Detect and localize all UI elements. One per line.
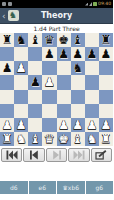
- spacer: [0, 164, 113, 181]
- square-b1[interactable]: ♞: [14, 132, 28, 146]
- square-g8[interactable]: [85, 33, 99, 47]
- white-pawn: ♟: [2, 119, 13, 131]
- square-e4[interactable]: [57, 90, 71, 104]
- square-c3[interactable]: [28, 104, 42, 118]
- square-e3[interactable]: [57, 104, 71, 118]
- square-h1[interactable]: ♜: [99, 132, 113, 146]
- square-e8[interactable]: ♚: [57, 33, 71, 47]
- app-header: ‹ ♞ Theory: [0, 8, 113, 24]
- square-f6[interactable]: ♞: [71, 61, 85, 75]
- black-pawn: ♟: [2, 62, 13, 74]
- step-back-icon: [28, 150, 40, 160]
- square-c6[interactable]: [28, 61, 42, 75]
- move-button-d6[interactable]: d6: [0, 181, 28, 194]
- white-pawn: ♟: [16, 119, 27, 131]
- square-h5[interactable]: [99, 75, 113, 89]
- notification-icon: [2, 2, 6, 6]
- footer-spacer: [0, 194, 113, 200]
- step-back-button[interactable]: [23, 148, 44, 162]
- square-f8[interactable]: ♝: [71, 33, 85, 47]
- white-pawn: ♟: [44, 76, 55, 88]
- white-knight: ♞: [86, 133, 97, 145]
- square-b2[interactable]: ♟: [14, 118, 28, 132]
- skip-to-start-button[interactable]: [1, 148, 22, 162]
- black-queen: ♛: [44, 34, 55, 46]
- square-f7[interactable]: ♟: [71, 47, 85, 61]
- black-pawn: ♟: [58, 48, 69, 60]
- square-b6[interactable]: ♟: [14, 61, 28, 75]
- square-a3[interactable]: [0, 104, 14, 118]
- square-d6[interactable]: [42, 61, 56, 75]
- square-h7[interactable]: ♟: [99, 47, 113, 61]
- chess-theory-app: 09:40 ‹ ♞ Theory 1.d4 Part Three ♜♞♝♛♚♝♜…: [0, 0, 113, 200]
- square-b3[interactable]: [14, 104, 28, 118]
- square-a4[interactable]: [0, 90, 14, 104]
- edit-button[interactable]: [91, 148, 112, 162]
- square-h3[interactable]: [99, 104, 113, 118]
- square-f5[interactable]: [71, 75, 85, 89]
- black-king: ♚: [58, 34, 69, 46]
- black-rook: ♜: [101, 34, 112, 46]
- black-knight: ♞: [16, 34, 27, 46]
- white-pawn: ♟: [16, 62, 27, 74]
- square-d5[interactable]: ♟: [42, 75, 56, 89]
- square-d1[interactable]: ♛: [42, 132, 56, 146]
- black-knight: ♞: [72, 62, 83, 74]
- battery-icon: [93, 2, 97, 6]
- square-e5[interactable]: [57, 75, 71, 89]
- skip-to-end-icon: [73, 150, 85, 160]
- black-pawn: ♟: [44, 48, 55, 60]
- skip-to-end-button: [68, 148, 89, 162]
- square-f1[interactable]: ♝: [71, 132, 85, 146]
- white-bishop: ♝: [72, 133, 83, 145]
- status-time: 09:40: [98, 0, 111, 8]
- step-forward-button: [46, 148, 67, 162]
- chapter-subtitle: 1.d4 Part Three: [0, 24, 113, 33]
- square-f2[interactable]: ♟: [71, 118, 85, 132]
- square-e7[interactable]: ♟: [57, 47, 71, 61]
- square-a8[interactable]: ♜: [0, 33, 14, 47]
- square-h8[interactable]: ♜: [99, 33, 113, 47]
- black-pawn: ♟: [86, 48, 97, 60]
- white-knight: ♞: [16, 133, 27, 145]
- square-d7[interactable]: ♟: [42, 47, 56, 61]
- square-g6[interactable]: [85, 61, 99, 75]
- square-a6[interactable]: ♟: [0, 61, 14, 75]
- step-forward-icon: [51, 150, 63, 160]
- white-pawn: ♟: [86, 119, 97, 131]
- square-d4[interactable]: [42, 90, 56, 104]
- white-rook: ♜: [2, 133, 13, 145]
- square-b4[interactable]: [14, 90, 28, 104]
- black-pawn: ♟: [72, 48, 83, 60]
- square-e2[interactable]: ♟: [57, 118, 71, 132]
- square-h4[interactable]: [99, 90, 113, 104]
- square-c1[interactable]: ♝: [28, 132, 42, 146]
- square-d8[interactable]: ♛: [42, 33, 56, 47]
- square-a1[interactable]: ♜: [0, 132, 14, 146]
- white-rook: ♜: [101, 133, 112, 145]
- square-b5[interactable]: [14, 75, 28, 89]
- square-g4[interactable]: [85, 90, 99, 104]
- white-queen: ♛: [44, 133, 55, 145]
- square-f3[interactable]: [71, 104, 85, 118]
- black-rook: ♜: [2, 34, 13, 46]
- square-c4[interactable]: [28, 90, 42, 104]
- white-pawn: ♟: [101, 119, 112, 131]
- square-g5[interactable]: [85, 75, 99, 89]
- black-pawn: ♟: [101, 48, 112, 60]
- black-bishop: ♝: [30, 34, 41, 46]
- signal-icon: [89, 2, 92, 6]
- square-c8[interactable]: ♝: [28, 33, 42, 47]
- square-a5[interactable]: [0, 75, 14, 89]
- wifi-icon: [85, 3, 88, 6]
- square-d2[interactable]: [42, 118, 56, 132]
- move-button-e6[interactable]: e6: [29, 181, 57, 194]
- move-button-g6[interactable]: g6: [86, 181, 114, 194]
- navigation-toolbar: [0, 146, 113, 164]
- square-g1[interactable]: ♞: [85, 132, 99, 146]
- square-e1[interactable]: ♚: [57, 132, 71, 146]
- square-c7[interactable]: [28, 47, 42, 61]
- usb-icon: [8, 2, 12, 6]
- square-h2[interactable]: ♟: [99, 118, 113, 132]
- status-bar: 09:40: [0, 0, 113, 8]
- black-pawn: ♟: [30, 76, 41, 88]
- move-button-xb6[interactable]: ♛xb6: [57, 181, 85, 194]
- black-bishop: ♝: [72, 34, 83, 46]
- square-b7[interactable]: [14, 47, 28, 61]
- square-d3[interactable]: [42, 104, 56, 118]
- square-e6[interactable]: [57, 61, 71, 75]
- candidate-move-bar: d6e6♛xb6g6: [0, 181, 113, 194]
- skip-to-start-icon: [6, 150, 18, 160]
- white-king: ♚: [58, 133, 69, 145]
- chess-board: ♜♞♝♛♚♝♜♟♟♟♟♟♟♟♞♟♟♟♟♟♟♟♟♜♞♝♛♚♝♞♜: [0, 33, 113, 146]
- square-f4[interactable]: [71, 90, 85, 104]
- white-pawn: ♟: [58, 119, 69, 131]
- square-h6[interactable]: [99, 61, 113, 75]
- page-title: Theory: [0, 11, 113, 20]
- edit-icon: [95, 150, 107, 160]
- square-a7[interactable]: [0, 47, 14, 61]
- square-b8[interactable]: ♞: [14, 33, 28, 47]
- square-g3[interactable]: [85, 104, 99, 118]
- square-g2[interactable]: ♟: [85, 118, 99, 132]
- square-c5[interactable]: ♟: [28, 75, 42, 89]
- white-bishop: ♝: [30, 133, 41, 145]
- square-a2[interactable]: ♟: [0, 118, 14, 132]
- square-c2[interactable]: [28, 118, 42, 132]
- white-pawn: ♟: [72, 119, 83, 131]
- square-g7[interactable]: ♟: [85, 47, 99, 61]
